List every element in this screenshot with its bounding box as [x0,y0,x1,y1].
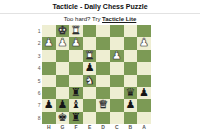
square-c2[interactable] [110,37,124,49]
square-a5[interactable] [137,75,151,87]
black-p-piece: ♟ [57,99,67,111]
rank-label-2: 2 [35,37,42,49]
square-d6[interactable] [96,87,110,99]
tacticle-lite-link[interactable]: Tacticle Lite [102,16,136,22]
square-h4[interactable] [42,62,56,74]
square-b4[interactable] [124,62,138,74]
square-b8[interactable] [124,112,138,124]
square-f3[interactable] [69,50,83,62]
square-f7[interactable]: ♝ [69,99,83,111]
square-f1[interactable]: ♜ [69,25,83,37]
square-h7[interactable]: ♟ [42,99,56,111]
square-h5[interactable] [42,75,56,87]
square-e1[interactable] [83,25,97,37]
page-title: Tacticle - Daily Chess Puzzle [0,3,200,10]
square-b2[interactable] [124,37,138,49]
square-f5[interactable] [69,75,83,87]
file-label-a: A [137,124,151,130]
black-p-piece: ♟ [139,87,149,99]
square-a1[interactable] [137,25,151,37]
square-g4[interactable] [56,62,70,74]
file-label-f: F [69,124,83,130]
black-r-piece: ♜ [71,112,81,124]
file-label-c: C [110,124,124,130]
black-b-piece: ♝ [71,99,81,111]
rank-label-1: 1 [35,25,42,37]
white-p-piece: ♟ [44,37,54,49]
rank-label-4: 4 [35,62,42,74]
square-c3[interactable]: ♟ [110,50,124,62]
square-c5[interactable] [110,75,124,87]
black-q-piece: ♛ [125,87,135,99]
square-c7[interactable] [110,99,124,111]
square-a6[interactable]: ♟ [137,87,151,99]
square-e5[interactable]: ♞ [83,75,97,87]
subtitle: Too hard? Try Tacticle Lite [0,16,200,22]
square-a2[interactable]: ♟ [137,37,151,49]
white-k-piece: ♚ [57,25,67,37]
square-c4[interactable] [110,62,124,74]
square-e3[interactable]: ♜ [83,50,97,62]
file-label-g: G [56,124,70,130]
white-p-piece: ♟ [139,37,149,49]
square-e8[interactable] [83,112,97,124]
square-b7[interactable]: ♟ [124,99,138,111]
black-k-piece: ♚ [57,112,67,124]
black-p-piece: ♟ [85,62,95,74]
chess-board: ♚♜♟♟♟♟♜♟♟♞♜♛♟♟♟♝♛♟♚♜ [42,25,151,124]
square-h1[interactable] [42,25,56,37]
square-e6[interactable] [83,87,97,99]
white-r-piece: ♜ [85,50,95,62]
square-e7[interactable] [83,99,97,111]
square-e4[interactable]: ♟ [83,62,97,74]
white-r-piece: ♜ [71,25,81,37]
square-g5[interactable] [56,75,70,87]
square-h8[interactable] [42,112,56,124]
square-a4[interactable] [137,62,151,74]
file-label-h: H [42,124,56,130]
square-d7[interactable]: ♛ [96,99,110,111]
square-g3[interactable] [56,50,70,62]
file-label-b: B [124,124,138,130]
rank-label-7: 7 [35,99,42,111]
square-a3[interactable] [137,50,151,62]
square-g2[interactable]: ♟ [56,37,70,49]
rank-label-3: 3 [35,50,42,62]
rank-labels: 12345678 [35,25,42,130]
square-f6[interactable]: ♜ [69,87,83,99]
square-c8[interactable] [110,112,124,124]
white-q-piece: ♛ [98,99,108,111]
black-r-piece: ♜ [71,87,81,99]
square-g7[interactable]: ♟ [56,99,70,111]
black-p-piece: ♟ [44,99,54,111]
square-a8[interactable] [137,112,151,124]
white-p-piece: ♟ [71,37,81,49]
square-a7[interactable] [137,99,151,111]
square-d1[interactable] [96,25,110,37]
square-b1[interactable] [124,25,138,37]
square-h3[interactable] [42,50,56,62]
rank-label-6: 6 [35,87,42,99]
square-h6[interactable] [42,87,56,99]
square-f4[interactable] [69,62,83,74]
white-p-piece: ♟ [57,37,67,49]
square-d5[interactable] [96,75,110,87]
divider [0,13,200,14]
square-e2[interactable] [83,37,97,49]
square-b5[interactable] [124,75,138,87]
square-g1[interactable]: ♚ [56,25,70,37]
rank-label-8: 8 [35,112,42,124]
square-c1[interactable] [110,25,124,37]
rank-label-5: 5 [35,75,42,87]
square-h2[interactable]: ♟ [42,37,56,49]
white-p-piece: ♟ [112,50,122,62]
black-p-piece: ♟ [125,99,135,111]
square-g8[interactable]: ♚ [56,112,70,124]
white-n-piece: ♞ [85,75,95,87]
square-b6[interactable]: ♛ [124,87,138,99]
subtitle-text: Too hard? Try [64,16,101,22]
square-d8[interactable] [96,112,110,124]
square-f8[interactable]: ♜ [69,112,83,124]
square-c6[interactable] [110,87,124,99]
square-d2[interactable] [96,37,110,49]
file-labels: HGFEDCBA [42,124,151,130]
square-d3[interactable] [96,50,110,62]
square-g6[interactable] [56,87,70,99]
square-f2[interactable]: ♟ [69,37,83,49]
file-label-e: E [83,124,97,130]
file-label-d: D [96,124,110,130]
square-b3[interactable] [124,50,138,62]
square-d4[interactable] [96,62,110,74]
board-area: 12345678 ♚♜♟♟♟♟♜♟♟♞♜♛♟♟♟♝♛♟♚♜ HGFEDCBA [35,25,200,130]
